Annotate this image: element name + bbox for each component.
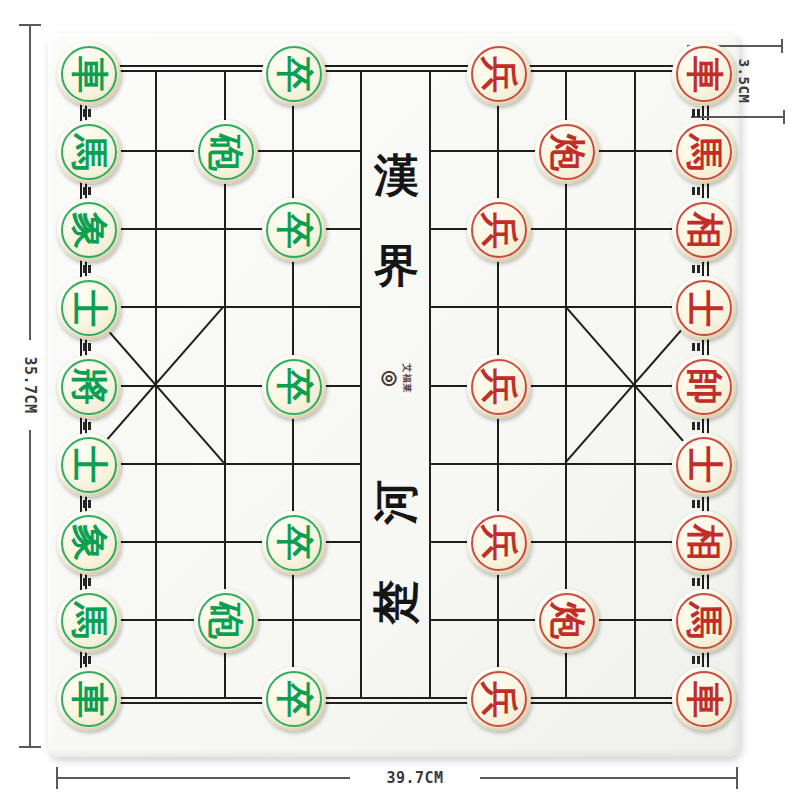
product-photo: 漢 界 艾福莱 ◎ 河 楚 車馬象士將士象馬車砲砲卒卒卒卒卒兵兵兵兵兵炮炮車馬相… xyxy=(0,0,800,800)
piece-character: 帥 xyxy=(686,368,723,405)
piece-red-cannon[interactable]: 炮 xyxy=(535,589,599,653)
piece-green-cannon[interactable]: 砲 xyxy=(194,589,258,653)
piece-green-cannon[interactable]: 砲 xyxy=(194,120,258,184)
piece-red-horse[interactable]: 馬 xyxy=(672,120,736,184)
piece-green-chariot[interactable]: 車 xyxy=(57,667,121,731)
piece-green-soldier[interactable]: 卒 xyxy=(262,42,326,106)
width-dimension-label: 39.7CM xyxy=(350,768,480,788)
piece-character: 砲 xyxy=(207,134,244,171)
piece-red-advisor[interactable]: 士 xyxy=(672,276,736,340)
piece-red-advisor[interactable]: 士 xyxy=(672,433,736,497)
brand-logo: 艾福莱 ◎ xyxy=(380,345,413,411)
height-dimension-cap-top xyxy=(19,24,41,26)
coordinate-mark xyxy=(692,578,700,586)
piece-character: 士 xyxy=(71,290,108,327)
piece-red-soldier[interactable]: 兵 xyxy=(467,355,531,419)
piece-character: 車 xyxy=(686,56,723,93)
piece-green-advisor[interactable]: 士 xyxy=(57,433,121,497)
piece-green-soldier[interactable]: 卒 xyxy=(262,355,326,419)
river-band: 漢 界 艾福莱 ◎ 河 楚 xyxy=(363,74,429,699)
coordinate-mark xyxy=(692,343,700,351)
piece-red-horse[interactable]: 馬 xyxy=(672,589,736,653)
coordinate-mark xyxy=(692,109,700,117)
board-mat: 漢 界 艾福莱 ◎ 河 楚 車馬象士將士象馬車砲砲卒卒卒卒卒兵兵兵兵兵炮炮車馬相… xyxy=(48,33,740,757)
piece-red-general[interactable]: 帥 xyxy=(672,355,736,419)
piece-character: 相 xyxy=(686,524,723,561)
coordinate-mark xyxy=(692,500,700,508)
piece-character: 士 xyxy=(686,290,723,327)
piece-character: 將 xyxy=(71,368,108,405)
piece-character: 兵 xyxy=(481,368,518,405)
coordinate-mark xyxy=(83,265,91,273)
width-dimension-cap-right xyxy=(736,767,738,789)
piece-character: 象 xyxy=(71,524,108,561)
piece-character: 車 xyxy=(71,681,108,718)
piece-character: 馬 xyxy=(71,602,108,639)
brand-logo-text: 艾福莱 xyxy=(400,363,413,393)
coordinate-mark xyxy=(692,656,700,664)
piece-character: 兵 xyxy=(481,681,518,718)
piece-red-chariot[interactable]: 車 xyxy=(672,42,736,106)
piece-character: 兵 xyxy=(481,212,518,249)
piece-dimension-cap-top xyxy=(781,39,783,53)
piece-character: 卒 xyxy=(276,56,313,93)
piece-red-soldier[interactable]: 兵 xyxy=(467,42,531,106)
piece-character: 炮 xyxy=(549,602,586,639)
piece-red-cannon[interactable]: 炮 xyxy=(535,120,599,184)
piece-character: 卒 xyxy=(276,212,313,249)
height-dimension-label: 35.7CM xyxy=(8,343,52,427)
brand-logo-mark-icon: ◎ xyxy=(380,370,400,387)
piece-character: 卒 xyxy=(276,524,313,561)
piece-red-soldier[interactable]: 兵 xyxy=(467,667,531,731)
piece-character: 炮 xyxy=(549,134,586,171)
river-char-jie: 界 xyxy=(363,242,429,290)
piece-red-chariot[interactable]: 車 xyxy=(672,667,736,731)
coordinate-mark xyxy=(83,422,91,430)
piece-red-elephant[interactable]: 相 xyxy=(672,511,736,575)
width-dimension-line-left xyxy=(57,777,350,779)
xiangqi-board: 漢 界 艾福莱 ◎ 河 楚 車馬象士將士象馬車砲砲卒卒卒卒卒兵兵兵兵兵炮炮車馬相… xyxy=(85,70,704,699)
piece-character: 卒 xyxy=(276,681,313,718)
height-dimension-cap-bottom xyxy=(19,746,41,748)
piece-red-soldier[interactable]: 兵 xyxy=(467,511,531,575)
piece-character: 馬 xyxy=(71,134,108,171)
piece-character: 象 xyxy=(71,212,108,249)
piece-character: 馬 xyxy=(686,134,723,171)
piece-character: 兵 xyxy=(481,524,518,561)
width-dimension-line-right xyxy=(480,777,737,779)
coordinate-mark xyxy=(692,187,700,195)
piece-character: 砲 xyxy=(207,602,244,639)
piece-green-horse[interactable]: 馬 xyxy=(57,120,121,184)
coordinate-mark xyxy=(83,500,91,508)
height-dimension-line-bottom xyxy=(29,430,31,747)
coordinate-mark xyxy=(83,187,91,195)
coordinate-mark xyxy=(692,422,700,430)
piece-green-general[interactable]: 將 xyxy=(57,355,121,419)
height-dimension-line-top xyxy=(29,25,31,340)
coordinate-mark xyxy=(83,109,91,117)
piece-dimension-line-bottom xyxy=(691,116,785,118)
piece-dimension-cap-bottom xyxy=(783,110,785,124)
piece-green-chariot[interactable]: 車 xyxy=(57,42,121,106)
piece-character: 兵 xyxy=(481,56,518,93)
coordinate-mark xyxy=(83,656,91,664)
piece-character: 士 xyxy=(71,446,108,483)
piece-green-elephant[interactable]: 象 xyxy=(57,511,121,575)
piece-green-soldier[interactable]: 卒 xyxy=(262,667,326,731)
piece-character: 車 xyxy=(71,56,108,93)
river-char-chu: 楚 xyxy=(372,569,420,635)
piece-character: 馬 xyxy=(686,602,723,639)
river-char-he: 河 xyxy=(372,469,420,535)
coordinate-mark xyxy=(83,578,91,586)
coordinate-mark xyxy=(692,265,700,273)
piece-green-horse[interactable]: 馬 xyxy=(57,589,121,653)
piece-green-soldier[interactable]: 卒 xyxy=(262,198,326,262)
width-dimension-cap-left xyxy=(56,767,58,789)
piece-character: 士 xyxy=(686,446,723,483)
piece-green-advisor[interactable]: 士 xyxy=(57,276,121,340)
piece-character: 車 xyxy=(686,681,723,718)
piece-green-elephant[interactable]: 象 xyxy=(57,198,121,262)
piece-red-elephant[interactable]: 相 xyxy=(672,198,736,262)
river-char-han: 漢 xyxy=(363,152,429,200)
piece-character: 相 xyxy=(686,212,723,249)
piece-red-soldier[interactable]: 兵 xyxy=(467,198,531,262)
piece-character: 卒 xyxy=(276,368,313,405)
coordinate-mark xyxy=(83,343,91,351)
piece-green-soldier[interactable]: 卒 xyxy=(262,511,326,575)
